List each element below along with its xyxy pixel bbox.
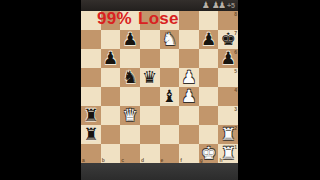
square-h6[interactable]: ♟6 <box>218 49 238 68</box>
square-d1[interactable]: d <box>140 144 160 163</box>
square-a1[interactable]: a <box>81 144 101 163</box>
square-f7[interactable] <box>179 30 199 49</box>
square-b4[interactable] <box>101 87 121 106</box>
square-g3[interactable] <box>199 106 219 125</box>
rank-label-1: 1 <box>234 144 237 150</box>
square-d2[interactable] <box>140 125 160 144</box>
square-g6[interactable] <box>199 49 219 68</box>
square-a2[interactable]: ♜ <box>81 125 101 144</box>
black-pawn[interactable]: ♟ <box>101 49 121 68</box>
black-pawn[interactable]: ♟ <box>199 30 219 49</box>
square-g1[interactable]: ♚g <box>199 144 219 163</box>
square-h2[interactable]: ♜2 <box>218 125 238 144</box>
black-rook[interactable]: ♜ <box>81 125 101 144</box>
square-c2[interactable] <box>120 125 140 144</box>
rank-label-6: 6 <box>234 49 237 55</box>
black-bishop[interactable]: ♝ <box>160 87 180 106</box>
white-pawn[interactable]: ♟ <box>179 68 199 87</box>
chess-board[interactable]: 8♟♞♟♚7♟♟6♞♛♟5♝♟4♜♛3♜♜2abcdef♚g♜1h <box>81 11 238 163</box>
square-e3[interactable] <box>160 106 180 125</box>
square-h1[interactable]: ♜1h <box>218 144 238 163</box>
square-g2[interactable] <box>199 125 219 144</box>
rank-label-7: 7 <box>234 30 237 36</box>
square-d3[interactable] <box>140 106 160 125</box>
square-a3[interactable]: ♜ <box>81 106 101 125</box>
left-letterbox <box>0 0 81 180</box>
square-b6[interactable]: ♟ <box>101 49 121 68</box>
black-queen[interactable]: ♛ <box>140 68 160 87</box>
square-d7[interactable] <box>140 30 160 49</box>
square-d5[interactable]: ♛ <box>140 68 160 87</box>
square-h3[interactable]: 3 <box>218 106 238 125</box>
black-knight[interactable]: ♞ <box>120 68 140 87</box>
square-f2[interactable] <box>179 125 199 144</box>
app-screen: ♟♟♟+5 8♟♞♟♚7♟♟6♞♛♟5♝♟4♜♛3♜♜2abcdef♚g♜1h … <box>0 0 320 180</box>
square-e2[interactable] <box>160 125 180 144</box>
square-f4[interactable]: ♟ <box>179 87 199 106</box>
black-rook[interactable]: ♜ <box>81 106 101 125</box>
square-c6[interactable] <box>120 49 140 68</box>
square-d4[interactable] <box>140 87 160 106</box>
square-e7[interactable]: ♞ <box>160 30 180 49</box>
square-g4[interactable] <box>199 87 219 106</box>
material-score: +5 <box>227 2 235 9</box>
square-e6[interactable] <box>160 49 180 68</box>
white-queen[interactable]: ♛ <box>120 106 140 125</box>
white-knight[interactable]: ♞ <box>160 30 180 49</box>
square-c3[interactable]: ♛ <box>120 106 140 125</box>
square-b2[interactable] <box>101 125 121 144</box>
square-g5[interactable] <box>199 68 219 87</box>
square-b5[interactable] <box>101 68 121 87</box>
square-f5[interactable]: ♟ <box>179 68 199 87</box>
square-a5[interactable] <box>81 68 101 87</box>
eval-text: 99% Lose <box>97 9 257 29</box>
square-g7[interactable]: ♟ <box>199 30 219 49</box>
square-a4[interactable] <box>81 87 101 106</box>
square-h4[interactable]: 4 <box>218 87 238 106</box>
square-c5[interactable]: ♞ <box>120 68 140 87</box>
square-e5[interactable] <box>160 68 180 87</box>
rank-label-5: 5 <box>234 68 237 74</box>
square-d6[interactable] <box>140 49 160 68</box>
black-pawn[interactable]: ♟ <box>120 30 140 49</box>
square-c1[interactable]: c <box>120 144 140 163</box>
square-e4[interactable]: ♝ <box>160 87 180 106</box>
square-b7[interactable] <box>101 30 121 49</box>
square-b1[interactable]: b <box>101 144 121 163</box>
square-h7[interactable]: ♚7 <box>218 30 238 49</box>
square-f1[interactable]: f <box>179 144 199 163</box>
white-pawn[interactable]: ♟ <box>179 87 199 106</box>
square-f3[interactable] <box>179 106 199 125</box>
square-b3[interactable] <box>101 106 121 125</box>
rank-label-4: 4 <box>234 87 237 93</box>
square-e1[interactable]: e <box>160 144 180 163</box>
square-f6[interactable] <box>179 49 199 68</box>
square-c7[interactable]: ♟ <box>120 30 140 49</box>
rank-label-2: 2 <box>234 125 237 131</box>
square-h5[interactable]: 5 <box>218 68 238 87</box>
bottom-toolbar <box>81 163 238 180</box>
square-c4[interactable] <box>120 87 140 106</box>
square-a6[interactable] <box>81 49 101 68</box>
rank-label-3: 3 <box>234 106 237 112</box>
square-a7[interactable] <box>81 30 101 49</box>
